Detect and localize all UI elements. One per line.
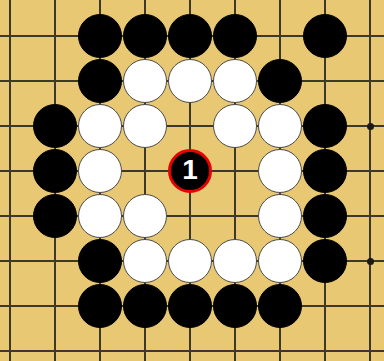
board-intersection <box>213 284 258 329</box>
black-stone <box>33 104 77 148</box>
board-intersection <box>168 284 213 329</box>
white-stone <box>213 104 257 148</box>
board-intersection <box>78 239 123 284</box>
black-stone <box>78 284 122 328</box>
board-intersection <box>78 149 123 194</box>
white-stone <box>258 149 302 193</box>
black-stone <box>303 194 347 238</box>
board-intersection <box>303 239 348 284</box>
hoshi-point <box>348 239 384 284</box>
white-stone <box>168 59 212 103</box>
board-intersection <box>258 59 303 104</box>
board-intersection <box>78 104 123 149</box>
white-stone <box>258 194 302 238</box>
board-intersection <box>33 104 78 149</box>
hoshi-dot <box>367 123 374 130</box>
black-stone <box>303 104 347 148</box>
white-stone <box>258 104 302 148</box>
board-intersection <box>213 104 258 149</box>
white-stone <box>123 59 167 103</box>
black-stone <box>168 284 212 328</box>
go-board[interactable]: 1 <box>0 0 384 361</box>
black-stone <box>258 284 302 328</box>
board-intersection <box>258 194 303 239</box>
board-intersection <box>168 239 213 284</box>
board-intersection <box>123 14 168 59</box>
board-intersection <box>33 194 78 239</box>
hoshi-dot <box>367 258 374 265</box>
black-stone <box>213 284 257 328</box>
board-intersection: 1 <box>168 149 213 194</box>
white-stone <box>123 104 167 148</box>
white-stone <box>123 194 167 238</box>
board-intersection <box>303 104 348 149</box>
black-stone <box>303 149 347 193</box>
board-intersection <box>78 14 123 59</box>
board-intersection <box>123 104 168 149</box>
board-intersection <box>123 194 168 239</box>
white-stone <box>213 59 257 103</box>
board-intersection <box>303 149 348 194</box>
board-intersection <box>123 284 168 329</box>
board-intersection <box>78 194 123 239</box>
black-stone <box>78 239 122 283</box>
white-stone <box>78 194 122 238</box>
board-intersection <box>303 14 348 59</box>
white-stone <box>78 149 122 193</box>
board-intersection <box>168 14 213 59</box>
white-stone <box>168 239 212 283</box>
board-intersection <box>258 104 303 149</box>
board-intersection <box>78 284 123 329</box>
black-stone <box>123 14 167 58</box>
board-intersection <box>168 59 213 104</box>
black-stone <box>303 239 347 283</box>
white-stone <box>258 239 302 283</box>
board-intersection <box>303 194 348 239</box>
black-stone <box>213 14 257 58</box>
black-stone <box>303 14 347 58</box>
black-stone <box>33 194 77 238</box>
white-stone <box>123 239 167 283</box>
board-intersection <box>78 59 123 104</box>
move-number-label: 1 <box>182 156 198 184</box>
board-intersection <box>213 239 258 284</box>
black-stone <box>123 284 167 328</box>
board-intersection <box>258 149 303 194</box>
board-intersection <box>123 239 168 284</box>
white-stone <box>213 239 257 283</box>
board-intersection <box>33 149 78 194</box>
white-stone <box>78 104 122 148</box>
hoshi-point <box>348 104 384 149</box>
board-intersection <box>258 239 303 284</box>
black-stone <box>78 59 122 103</box>
black-stone <box>33 149 77 193</box>
black-stone <box>258 59 302 103</box>
black-stone <box>168 14 212 58</box>
black-stone <box>78 14 122 58</box>
marked-black-stone-move-1: 1 <box>168 149 212 193</box>
board-intersection <box>258 284 303 329</box>
board-grid: 1 <box>0 14 384 361</box>
board-intersection <box>213 59 258 104</box>
board-intersection <box>123 59 168 104</box>
board-intersection <box>213 14 258 59</box>
